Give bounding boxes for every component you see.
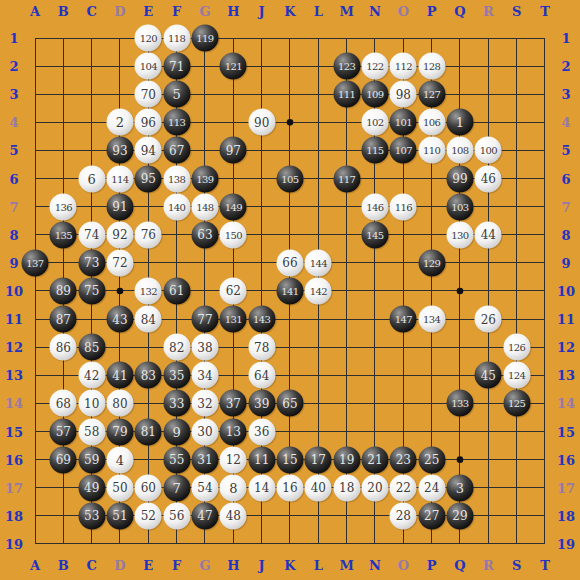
- black-stone-141-K10: 141: [276, 277, 303, 304]
- stone-move-number: 61: [169, 284, 184, 298]
- white-stone-20-N17: 20: [361, 474, 388, 501]
- white-stone-92-D8: 92: [106, 221, 133, 248]
- black-stone-111-M3: 111: [333, 81, 360, 108]
- white-stone-42-C13: 42: [78, 362, 105, 389]
- stone-move-number: 104: [140, 61, 157, 72]
- stone-move-number: 149: [225, 201, 242, 212]
- white-stone-114-D6: 114: [106, 165, 133, 192]
- black-stone-129-P9: 129: [418, 249, 445, 276]
- stone-move-number: 145: [366, 229, 383, 240]
- stone-move-number: 2: [116, 115, 124, 130]
- black-stone-45-R13: 45: [475, 362, 502, 389]
- stone-move-number: 143: [253, 314, 270, 325]
- stone-move-number: 21: [367, 453, 382, 467]
- black-stone-73-C9: 73: [78, 249, 105, 276]
- white-stone-122-N2: 122: [361, 53, 388, 80]
- white-stone-96-E4: 96: [135, 109, 162, 136]
- black-stone-77-G11: 77: [191, 306, 218, 333]
- white-stone-64-J13: 64: [248, 362, 275, 389]
- stone-move-number: 111: [338, 89, 355, 100]
- white-stone-148-G7: 148: [191, 193, 218, 220]
- black-stone-145-N8: 145: [361, 221, 388, 248]
- stone-move-number: 127: [423, 89, 440, 100]
- stone-move-number: 137: [26, 257, 43, 268]
- white-stone-84-E11: 84: [135, 306, 162, 333]
- white-stone-94-E5: 94: [135, 137, 162, 164]
- white-stone-54-G17: 54: [191, 474, 218, 501]
- stone-move-number: 123: [338, 61, 355, 72]
- black-stone-87-B11: 87: [50, 306, 77, 333]
- stone-move-number: 101: [395, 117, 412, 128]
- stone-move-number: 75: [84, 284, 99, 298]
- stone-move-number: 45: [481, 368, 496, 382]
- black-stone-101-O4: 101: [390, 109, 417, 136]
- stones-layer: 1234567891011121314151617181920212223242…: [0, 0, 580, 580]
- stone-move-number: 66: [282, 256, 297, 270]
- stone-move-number: 28: [396, 509, 411, 523]
- stone-move-number: 129: [423, 257, 440, 268]
- white-stone-132-E10: 132: [135, 277, 162, 304]
- stone-move-number: 74: [84, 228, 99, 242]
- white-stone-40-L17: 40: [305, 474, 332, 501]
- black-stone-91-D7: 91: [106, 193, 133, 220]
- white-stone-32-G14: 32: [191, 390, 218, 417]
- stone-move-number: 144: [310, 257, 327, 268]
- white-stone-44-R8: 44: [475, 221, 502, 248]
- black-stone-61-F10: 61: [163, 277, 190, 304]
- black-stone-95-E6: 95: [135, 165, 162, 192]
- stone-move-number: 71: [169, 59, 184, 73]
- white-stone-98-O3: 98: [390, 81, 417, 108]
- white-stone-68-B14: 68: [50, 390, 77, 417]
- stone-move-number: 35: [169, 368, 184, 382]
- white-stone-76-E8: 76: [135, 221, 162, 248]
- black-stone-81-E15: 81: [135, 418, 162, 445]
- stone-move-number: 100: [480, 145, 497, 156]
- black-stone-107-O5: 107: [390, 137, 417, 164]
- black-stone-23-O16: 23: [390, 446, 417, 473]
- stone-move-number: 36: [254, 425, 269, 439]
- stone-move-number: 95: [141, 172, 156, 186]
- stone-move-number: 120: [140, 33, 157, 44]
- stone-move-number: 26: [481, 312, 496, 326]
- black-stone-123-M2: 123: [333, 53, 360, 80]
- white-stone-136-B7: 136: [50, 193, 77, 220]
- stone-move-number: 47: [197, 509, 212, 523]
- stone-move-number: 131: [225, 314, 242, 325]
- black-stone-31-G16: 31: [191, 446, 218, 473]
- stone-move-number: 89: [56, 284, 71, 298]
- white-stone-120-E1: 120: [135, 25, 162, 52]
- stone-move-number: 18: [339, 481, 354, 495]
- white-stone-74-C8: 74: [78, 221, 105, 248]
- white-stone-108-Q5: 108: [446, 137, 473, 164]
- black-stone-37-H14: 37: [220, 390, 247, 417]
- black-stone-113-F4: 113: [163, 109, 190, 136]
- black-stone-109-N3: 109: [361, 81, 388, 108]
- stone-move-number: 115: [366, 145, 383, 156]
- stone-move-number: 140: [168, 201, 185, 212]
- black-stone-117-M6: 117: [333, 165, 360, 192]
- black-stone-71-F2: 71: [163, 53, 190, 80]
- stone-move-number: 49: [84, 481, 99, 495]
- stone-move-number: 19: [339, 453, 354, 467]
- stone-move-number: 8: [229, 480, 237, 495]
- black-stone-135-B8: 135: [50, 221, 77, 248]
- white-stone-90-J4: 90: [248, 109, 275, 136]
- white-stone-60-E17: 60: [135, 474, 162, 501]
- white-stone-34-G13: 34: [191, 362, 218, 389]
- black-stone-105-K6: 105: [276, 165, 303, 192]
- black-stone-15-K16: 15: [276, 446, 303, 473]
- black-stone-33-F14: 33: [163, 390, 190, 417]
- stone-move-number: 132: [140, 285, 157, 296]
- white-stone-28-O18: 28: [390, 502, 417, 529]
- white-stone-56-F18: 56: [163, 502, 190, 529]
- stone-move-number: 91: [112, 200, 127, 214]
- white-stone-86-B12: 86: [50, 334, 77, 361]
- stone-move-number: 14: [254, 481, 269, 495]
- stone-move-number: 12: [226, 453, 241, 467]
- stone-move-number: 52: [141, 509, 156, 523]
- white-stone-18-M17: 18: [333, 474, 360, 501]
- stone-move-number: 73: [84, 256, 99, 270]
- stone-move-number: 102: [366, 117, 383, 128]
- stone-move-number: 10: [84, 396, 99, 410]
- black-stone-79-D15: 79: [106, 418, 133, 445]
- white-stone-80-D14: 80: [106, 390, 133, 417]
- stone-move-number: 70: [141, 87, 156, 101]
- white-stone-130-Q8: 130: [446, 221, 473, 248]
- stone-move-number: 55: [169, 453, 184, 467]
- black-stone-131-H11: 131: [220, 306, 247, 333]
- stone-move-number: 67: [169, 143, 184, 157]
- black-stone-59-C16: 59: [78, 446, 105, 473]
- black-stone-119-G1: 119: [191, 25, 218, 52]
- stone-move-number: 60: [141, 481, 156, 495]
- black-stone-115-N5: 115: [361, 137, 388, 164]
- stone-move-number: 93: [112, 143, 127, 157]
- white-stone-38-G12: 38: [191, 334, 218, 361]
- white-stone-14-J17: 14: [248, 474, 275, 501]
- stone-move-number: 85: [84, 340, 99, 354]
- white-stone-150-H8: 150: [220, 221, 247, 248]
- stone-move-number: 78: [254, 340, 269, 354]
- stone-move-number: 41: [112, 368, 127, 382]
- black-stone-137-A9: 137: [22, 249, 49, 276]
- black-stone-93-D5: 93: [106, 137, 133, 164]
- black-stone-143-J11: 143: [248, 306, 275, 333]
- stone-move-number: 56: [169, 509, 184, 523]
- white-stone-110-P5: 110: [418, 137, 445, 164]
- stone-move-number: 116: [395, 201, 412, 212]
- stone-move-number: 103: [451, 201, 468, 212]
- black-stone-43-D11: 43: [106, 306, 133, 333]
- black-stone-7-F17: 7: [163, 474, 190, 501]
- stone-move-number: 32: [197, 396, 212, 410]
- white-stone-2-D4: 2: [106, 109, 133, 136]
- stone-move-number: 16: [282, 481, 297, 495]
- stone-move-number: 58: [84, 425, 99, 439]
- stone-move-number: 69: [56, 453, 71, 467]
- stone-move-number: 79: [112, 425, 127, 439]
- stone-move-number: 142: [310, 285, 327, 296]
- stone-move-number: 136: [55, 201, 72, 212]
- stone-move-number: 107: [395, 145, 412, 156]
- stone-move-number: 27: [424, 509, 439, 523]
- white-stone-128-P2: 128: [418, 53, 445, 80]
- stone-move-number: 11: [254, 453, 269, 467]
- white-stone-140-F7: 140: [163, 193, 190, 220]
- white-stone-144-L9: 144: [305, 249, 332, 276]
- white-stone-22-O17: 22: [390, 474, 417, 501]
- stone-move-number: 65: [282, 396, 297, 410]
- stone-move-number: 82: [169, 340, 184, 354]
- black-stone-89-B10: 89: [50, 277, 77, 304]
- stone-move-number: 23: [396, 453, 411, 467]
- white-stone-112-O2: 112: [390, 53, 417, 80]
- stone-move-number: 31: [197, 453, 212, 467]
- white-stone-82-F12: 82: [163, 334, 190, 361]
- stone-move-number: 63: [197, 228, 212, 242]
- white-stone-72-D9: 72: [106, 249, 133, 276]
- black-stone-97-H5: 97: [220, 137, 247, 164]
- black-stone-55-F16: 55: [163, 446, 190, 473]
- stone-move-number: 148: [196, 201, 213, 212]
- stone-move-number: 119: [196, 33, 213, 44]
- black-stone-147-O11: 147: [390, 306, 417, 333]
- stone-move-number: 77: [197, 312, 212, 326]
- stone-move-number: 43: [112, 312, 127, 326]
- white-stone-118-F1: 118: [163, 25, 190, 52]
- stone-move-number: 114: [111, 173, 128, 184]
- white-stone-50-D17: 50: [106, 474, 133, 501]
- black-stone-35-F13: 35: [163, 362, 190, 389]
- stone-move-number: 141: [281, 285, 298, 296]
- stone-move-number: 146: [366, 201, 383, 212]
- black-stone-21-N16: 21: [361, 446, 388, 473]
- stone-move-number: 29: [452, 509, 467, 523]
- stone-move-number: 139: [196, 173, 213, 184]
- black-stone-13-H15: 13: [220, 418, 247, 445]
- white-stone-106-P4: 106: [418, 109, 445, 136]
- white-stone-12-H16: 12: [220, 446, 247, 473]
- white-stone-62-H10: 62: [220, 277, 247, 304]
- black-stone-121-H2: 121: [220, 53, 247, 80]
- stone-move-number: 64: [254, 368, 269, 382]
- stone-move-number: 86: [56, 340, 71, 354]
- black-stone-139-G6: 139: [191, 165, 218, 192]
- stone-move-number: 72: [112, 256, 127, 270]
- white-stone-8-H17: 8: [220, 474, 247, 501]
- white-stone-58-C15: 58: [78, 418, 105, 445]
- black-stone-17-L16: 17: [305, 446, 332, 473]
- stone-move-number: 117: [338, 173, 355, 184]
- stone-move-number: 84: [141, 312, 156, 326]
- stone-move-number: 133: [451, 398, 468, 409]
- go-board[interactable]: AABBCCDDEEFFGGHHJJKKLLMMNNOOPPQQRRSSTT11…: [0, 0, 580, 580]
- stone-move-number: 42: [84, 368, 99, 382]
- black-stone-49-C17: 49: [78, 474, 105, 501]
- black-stone-47-G18: 47: [191, 502, 218, 529]
- white-stone-100-R5: 100: [475, 137, 502, 164]
- stone-move-number: 138: [168, 173, 185, 184]
- stone-move-number: 57: [56, 425, 71, 439]
- black-stone-63-G8: 63: [191, 221, 218, 248]
- stone-move-number: 3: [456, 480, 464, 495]
- black-stone-69-B16: 69: [50, 446, 77, 473]
- stone-move-number: 33: [169, 396, 184, 410]
- black-stone-125-S14: 125: [503, 390, 530, 417]
- stone-move-number: 128: [423, 61, 440, 72]
- white-stone-104-E2: 104: [135, 53, 162, 80]
- stone-move-number: 1: [456, 115, 464, 130]
- white-stone-36-J15: 36: [248, 418, 275, 445]
- stone-move-number: 126: [508, 342, 525, 353]
- black-stone-103-Q7: 103: [446, 193, 473, 220]
- stone-move-number: 124: [508, 370, 525, 381]
- white-stone-66-K9: 66: [276, 249, 303, 276]
- black-stone-1-Q4: 1: [446, 109, 473, 136]
- stone-move-number: 118: [168, 33, 185, 44]
- stone-move-number: 105: [281, 173, 298, 184]
- stone-move-number: 109: [366, 89, 383, 100]
- white-stone-10-C14: 10: [78, 390, 105, 417]
- black-stone-41-D13: 41: [106, 362, 133, 389]
- stone-move-number: 62: [226, 284, 241, 298]
- stone-move-number: 9: [173, 424, 181, 439]
- stone-move-number: 7: [173, 480, 181, 495]
- stone-move-number: 6: [88, 171, 96, 186]
- black-stone-57-B15: 57: [50, 418, 77, 445]
- stone-move-number: 98: [396, 87, 411, 101]
- black-stone-27-P18: 27: [418, 502, 445, 529]
- stone-move-number: 112: [395, 61, 412, 72]
- stone-move-number: 25: [424, 453, 439, 467]
- black-stone-9-F15: 9: [163, 418, 190, 445]
- stone-move-number: 99: [452, 172, 467, 186]
- black-stone-29-Q18: 29: [446, 502, 473, 529]
- stone-move-number: 13: [226, 425, 241, 439]
- stone-move-number: 110: [423, 145, 440, 156]
- stone-move-number: 44: [481, 228, 496, 242]
- black-stone-149-H7: 149: [220, 193, 247, 220]
- black-stone-127-P3: 127: [418, 81, 445, 108]
- black-stone-19-M16: 19: [333, 446, 360, 473]
- white-stone-116-O7: 116: [390, 193, 417, 220]
- stone-move-number: 38: [197, 340, 212, 354]
- white-stone-146-N7: 146: [361, 193, 388, 220]
- white-stone-124-S13: 124: [503, 362, 530, 389]
- stone-move-number: 51: [112, 509, 127, 523]
- stone-move-number: 96: [141, 115, 156, 129]
- stone-move-number: 54: [197, 481, 212, 495]
- white-stone-46-R6: 46: [475, 165, 502, 192]
- black-stone-39-J14: 39: [248, 390, 275, 417]
- white-stone-4-D16: 4: [106, 446, 133, 473]
- black-stone-53-C18: 53: [78, 502, 105, 529]
- black-stone-85-C12: 85: [78, 334, 105, 361]
- stone-move-number: 4: [116, 452, 124, 467]
- black-stone-3-Q17: 3: [446, 474, 473, 501]
- stone-move-number: 92: [112, 228, 127, 242]
- stone-move-number: 147: [395, 314, 412, 325]
- white-stone-78-J12: 78: [248, 334, 275, 361]
- black-stone-67-F5: 67: [163, 137, 190, 164]
- stone-move-number: 90: [254, 115, 269, 129]
- stone-move-number: 59: [84, 453, 99, 467]
- stone-move-number: 135: [55, 229, 72, 240]
- stone-move-number: 50: [112, 481, 127, 495]
- stone-move-number: 17: [311, 453, 326, 467]
- black-stone-75-C10: 75: [78, 277, 105, 304]
- stone-move-number: 80: [112, 396, 127, 410]
- stone-move-number: 68: [56, 396, 71, 410]
- stone-move-number: 108: [451, 145, 468, 156]
- stone-move-number: 106: [423, 117, 440, 128]
- stone-move-number: 121: [225, 61, 242, 72]
- stone-move-number: 134: [423, 314, 440, 325]
- white-stone-70-E3: 70: [135, 81, 162, 108]
- white-stone-48-H18: 48: [220, 502, 247, 529]
- stone-move-number: 30: [197, 425, 212, 439]
- black-stone-51-D18: 51: [106, 502, 133, 529]
- black-stone-11-J16: 11: [248, 446, 275, 473]
- white-stone-134-P11: 134: [418, 306, 445, 333]
- stone-move-number: 87: [56, 312, 71, 326]
- stone-move-number: 40: [311, 481, 326, 495]
- white-stone-24-P17: 24: [418, 474, 445, 501]
- stone-move-number: 48: [226, 509, 241, 523]
- stone-move-number: 81: [141, 425, 156, 439]
- stone-move-number: 94: [141, 143, 156, 157]
- stone-move-number: 83: [141, 368, 156, 382]
- black-stone-133-Q14: 133: [446, 390, 473, 417]
- white-stone-6-C6: 6: [78, 165, 105, 192]
- white-stone-102-N4: 102: [361, 109, 388, 136]
- stone-move-number: 20: [367, 481, 382, 495]
- white-stone-30-G15: 30: [191, 418, 218, 445]
- black-stone-65-K14: 65: [276, 390, 303, 417]
- stone-move-number: 24: [424, 481, 439, 495]
- black-stone-83-E13: 83: [135, 362, 162, 389]
- black-stone-99-Q6: 99: [446, 165, 473, 192]
- stone-move-number: 53: [84, 509, 99, 523]
- white-stone-16-K17: 16: [276, 474, 303, 501]
- stone-move-number: 113: [168, 117, 185, 128]
- white-stone-52-E18: 52: [135, 502, 162, 529]
- black-stone-25-P16: 25: [418, 446, 445, 473]
- stone-move-number: 15: [282, 453, 297, 467]
- white-stone-126-S12: 126: [503, 334, 530, 361]
- white-stone-138-F6: 138: [163, 165, 190, 192]
- stone-move-number: 122: [366, 61, 383, 72]
- stone-move-number: 34: [197, 368, 212, 382]
- stone-move-number: 130: [451, 229, 468, 240]
- stone-move-number: 150: [225, 229, 242, 240]
- stone-move-number: 125: [508, 398, 525, 409]
- stone-move-number: 22: [396, 481, 411, 495]
- stone-move-number: 76: [141, 228, 156, 242]
- stone-move-number: 46: [481, 172, 496, 186]
- stone-move-number: 97: [226, 143, 241, 157]
- black-stone-5-F3: 5: [163, 81, 190, 108]
- white-stone-26-R11: 26: [475, 306, 502, 333]
- stone-move-number: 37: [226, 396, 241, 410]
- white-stone-142-L10: 142: [305, 277, 332, 304]
- stone-move-number: 5: [173, 87, 181, 102]
- stone-move-number: 39: [254, 396, 269, 410]
